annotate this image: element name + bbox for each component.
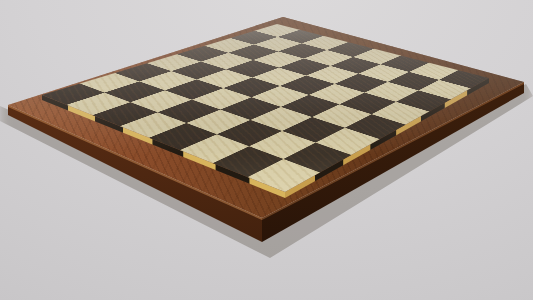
scene <box>0 0 533 300</box>
chessboard <box>42 24 489 192</box>
